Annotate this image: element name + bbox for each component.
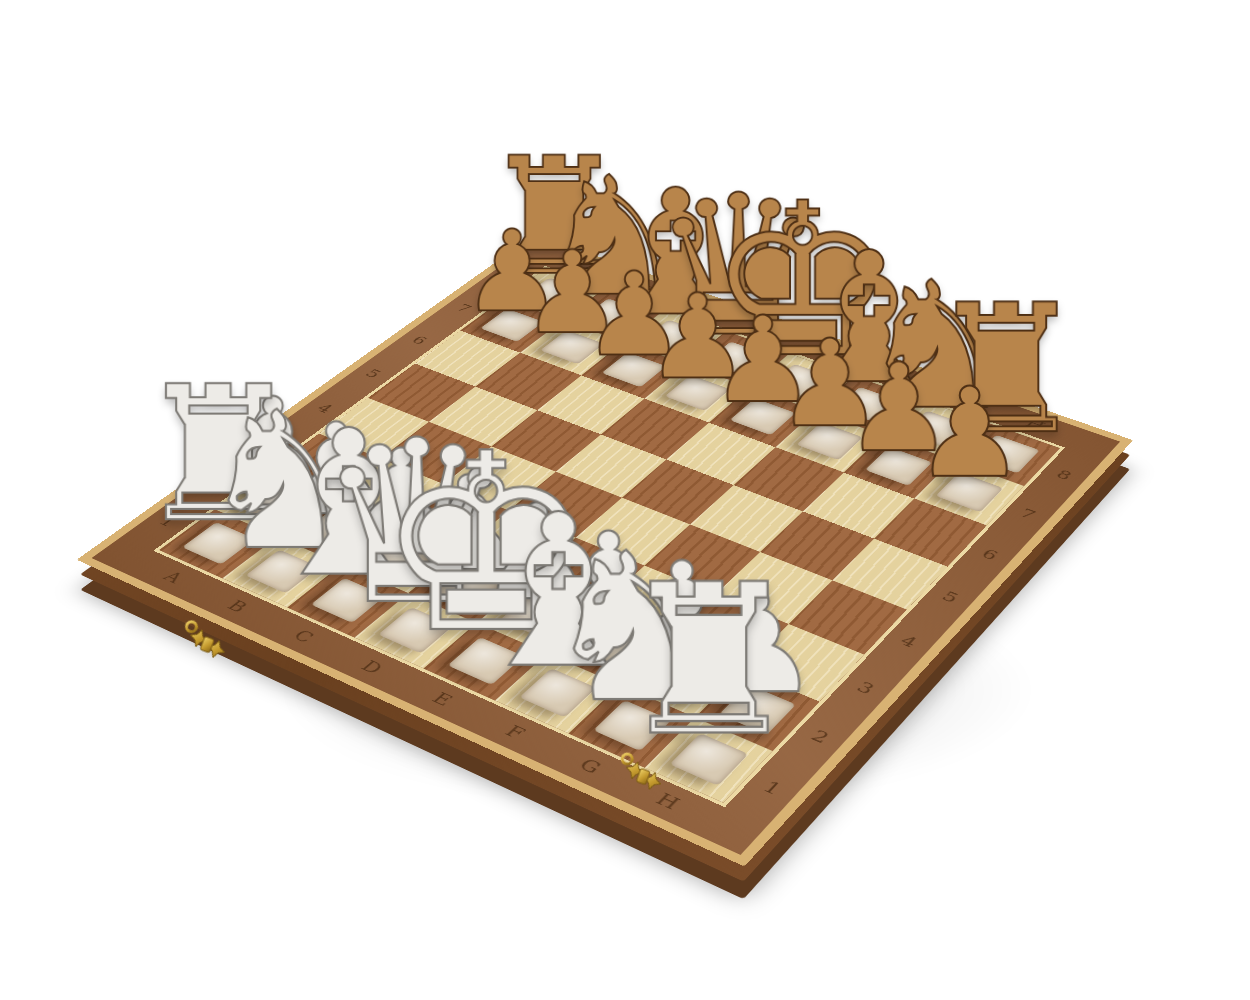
- scene: ABCDEFGH ABCDEFGH 87654321 87654321 ♜♞♝♛…: [0, 0, 1250, 1000]
- piece-glyph: ♟: [914, 375, 1025, 492]
- board-frame: ABCDEFGH ABCDEFGH 87654321 87654321 ♜♞♝♛…: [77, 235, 1133, 867]
- chess-board: ABCDEFGH ABCDEFGH 87654321 87654321 ♜♞♝♛…: [77, 235, 1133, 867]
- piece-glyph: ♜: [616, 562, 802, 759]
- playing-area: ♜♞♝♛♚♝♞♜♟♟♟♟♟♟♟♟♟♟♟♟♟♟♟♟♜♞♝♛♚♝♞♜: [153, 266, 1065, 807]
- product-photo-stage: ABCDEFGH ABCDEFGH 87654321 87654321 ♜♞♝♛…: [0, 0, 1250, 1000]
- squares-grid: ♜♞♝♛♚♝♞♜♟♟♟♟♟♟♟♟♟♟♟♟♟♟♟♟♜♞♝♛♚♝♞♜: [159, 268, 1059, 803]
